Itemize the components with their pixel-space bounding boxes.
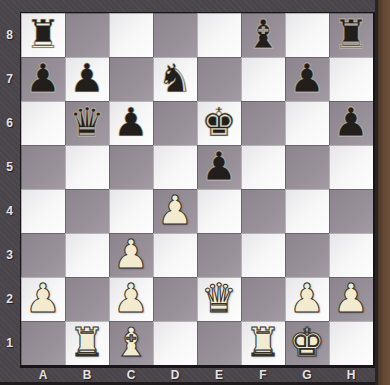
square-g4[interactable] (285, 189, 329, 233)
square-h3[interactable] (329, 233, 373, 277)
square-e1[interactable] (197, 321, 241, 365)
file-label-d: D (153, 367, 197, 383)
square-e6[interactable]: ♚ (197, 101, 241, 145)
white-queen-e2[interactable]: ♛ (201, 277, 237, 320)
square-f5[interactable] (241, 145, 285, 189)
rank-label-2: 2 (0, 277, 19, 321)
square-b4[interactable] (65, 189, 109, 233)
square-c2[interactable]: ♟ (109, 277, 153, 321)
square-d5[interactable] (153, 145, 197, 189)
white-pawn-c3[interactable]: ♟ (113, 233, 149, 276)
square-a5[interactable] (21, 145, 65, 189)
square-g1[interactable]: ♚ (285, 321, 329, 365)
white-pawn-h2[interactable]: ♟ (333, 277, 369, 320)
square-b1[interactable]: ♜ (65, 321, 109, 365)
rank-label-6: 6 (0, 101, 19, 145)
square-h4[interactable] (329, 189, 373, 233)
white-pawn-d4[interactable]: ♟ (157, 189, 193, 232)
rank-label-5: 5 (0, 145, 19, 189)
black-pawn-g7[interactable]: ♟ (289, 57, 325, 100)
black-knight-d7[interactable]: ♞ (157, 57, 193, 100)
square-g2[interactable]: ♟ (285, 277, 329, 321)
square-e8[interactable] (197, 13, 241, 57)
file-labels: A B C D E F G H (21, 367, 373, 383)
wood-edge-strip (375, 0, 390, 385)
square-f6[interactable] (241, 101, 285, 145)
chess-diagram: 8 7 6 5 4 3 2 1 ♜♝♜♟♟♞♟♛♟♚♟♟♟♟♟♟♛♟♟♜♝♜♚ … (0, 0, 390, 385)
square-h5[interactable] (329, 145, 373, 189)
square-c1[interactable]: ♝ (109, 321, 153, 365)
black-rook-h8[interactable]: ♜ (333, 13, 369, 56)
square-d6[interactable] (153, 101, 197, 145)
square-d7[interactable]: ♞ (153, 57, 197, 101)
file-label-g: G (285, 367, 329, 383)
square-b2[interactable] (65, 277, 109, 321)
black-pawn-a7[interactable]: ♟ (25, 57, 61, 100)
square-d8[interactable] (153, 13, 197, 57)
square-c5[interactable] (109, 145, 153, 189)
file-label-c: C (109, 367, 153, 383)
square-f2[interactable] (241, 277, 285, 321)
white-pawn-g2[interactable]: ♟ (289, 277, 325, 320)
square-a4[interactable] (21, 189, 65, 233)
square-d2[interactable] (153, 277, 197, 321)
square-e2[interactable]: ♛ (197, 277, 241, 321)
file-label-e: E (197, 367, 241, 383)
black-pawn-c6[interactable]: ♟ (113, 101, 149, 144)
square-h2[interactable]: ♟ (329, 277, 373, 321)
square-b6[interactable]: ♛ (65, 101, 109, 145)
file-label-a: A (21, 367, 65, 383)
square-c3[interactable]: ♟ (109, 233, 153, 277)
square-b8[interactable] (65, 13, 109, 57)
square-a3[interactable] (21, 233, 65, 277)
black-rook-a8[interactable]: ♜ (25, 13, 61, 56)
square-g6[interactable] (285, 101, 329, 145)
square-c4[interactable] (109, 189, 153, 233)
rank-label-1: 1 (0, 321, 19, 365)
rank-label-4: 4 (0, 189, 19, 233)
square-e4[interactable] (197, 189, 241, 233)
square-a7[interactable]: ♟ (21, 57, 65, 101)
square-f4[interactable] (241, 189, 285, 233)
square-c7[interactable] (109, 57, 153, 101)
chess-board: ♜♝♜♟♟♞♟♛♟♚♟♟♟♟♟♟♛♟♟♜♝♜♚ (20, 12, 376, 368)
square-g5[interactable] (285, 145, 329, 189)
square-e3[interactable] (197, 233, 241, 277)
rank-labels: 8 7 6 5 4 3 2 1 (0, 13, 19, 365)
white-bishop-c1[interactable]: ♝ (113, 321, 149, 364)
square-b5[interactable] (65, 145, 109, 189)
square-h8[interactable]: ♜ (329, 13, 373, 57)
square-c6[interactable]: ♟ (109, 101, 153, 145)
square-f1[interactable]: ♜ (241, 321, 285, 365)
square-a2[interactable]: ♟ (21, 277, 65, 321)
white-rook-b1[interactable]: ♜ (69, 321, 105, 364)
square-a8[interactable]: ♜ (21, 13, 65, 57)
file-label-f: F (241, 367, 285, 383)
square-h1[interactable] (329, 321, 373, 365)
black-king-e6[interactable]: ♚ (201, 101, 237, 144)
white-pawn-a2[interactable]: ♟ (25, 277, 61, 320)
square-c8[interactable] (109, 13, 153, 57)
black-queen-b6[interactable]: ♛ (69, 101, 105, 144)
file-label-b: B (65, 367, 109, 383)
white-rook-f1[interactable]: ♜ (245, 321, 281, 364)
square-a6[interactable] (21, 101, 65, 145)
square-g7[interactable]: ♟ (285, 57, 329, 101)
square-h6[interactable]: ♟ (329, 101, 373, 145)
square-h7[interactable] (329, 57, 373, 101)
square-d4[interactable]: ♟ (153, 189, 197, 233)
square-d3[interactable] (153, 233, 197, 277)
white-king-g1[interactable]: ♚ (289, 321, 325, 364)
white-pawn-c2[interactable]: ♟ (113, 277, 149, 320)
rank-label-7: 7 (0, 57, 19, 101)
square-f3[interactable] (241, 233, 285, 277)
square-g3[interactable] (285, 233, 329, 277)
square-f7[interactable] (241, 57, 285, 101)
black-pawn-h6[interactable]: ♟ (333, 101, 369, 144)
square-e7[interactable] (197, 57, 241, 101)
black-pawn-e5[interactable]: ♟ (201, 145, 237, 188)
black-pawn-b7[interactable]: ♟ (69, 57, 105, 100)
square-d1[interactable] (153, 321, 197, 365)
rank-label-8: 8 (0, 13, 19, 57)
rank-label-3: 3 (0, 233, 19, 277)
square-b7[interactable]: ♟ (65, 57, 109, 101)
square-g8[interactable] (285, 13, 329, 57)
square-b3[interactable] (65, 233, 109, 277)
file-label-h: H (329, 367, 373, 383)
square-e5[interactable]: ♟ (197, 145, 241, 189)
square-f8[interactable]: ♝ (241, 13, 285, 57)
square-a1[interactable] (21, 321, 65, 365)
black-bishop-f8[interactable]: ♝ (245, 13, 281, 56)
